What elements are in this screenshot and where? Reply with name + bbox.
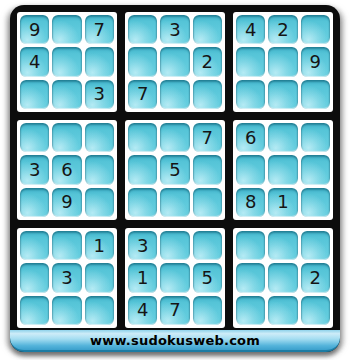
cell-r9c7[interactable] — [236, 296, 265, 325]
cell-r9c9[interactable] — [301, 296, 330, 325]
cell-r2c6[interactable]: 2 — [193, 47, 222, 76]
cell-r7c1[interactable] — [20, 231, 49, 260]
cell-r2c5[interactable] — [160, 47, 189, 76]
cell-r5c1[interactable]: 3 — [20, 155, 49, 184]
cell-r1c3[interactable]: 7 — [85, 15, 114, 44]
cell-r3c2[interactable] — [52, 80, 81, 109]
cell-r3c4[interactable]: 7 — [128, 80, 157, 109]
box-3-2: 31547 — [125, 228, 225, 328]
cell-r5c9[interactable] — [301, 155, 330, 184]
cell-r4c3[interactable] — [85, 123, 114, 152]
cell-r9c3[interactable] — [85, 296, 114, 325]
box-3-3: 2 — [233, 228, 333, 328]
cell-r2c2[interactable] — [52, 47, 81, 76]
cell-r6c1[interactable] — [20, 188, 49, 217]
cell-r1c5[interactable]: 3 — [160, 15, 189, 44]
cell-r8c3[interactable] — [85, 263, 114, 292]
cell-r1c9[interactable] — [301, 15, 330, 44]
cell-r6c6[interactable] — [193, 188, 222, 217]
cell-r2c1[interactable]: 4 — [20, 47, 49, 76]
cell-r2c3[interactable] — [85, 47, 114, 76]
cell-r5c7[interactable] — [236, 155, 265, 184]
cell-r3c6[interactable] — [193, 80, 222, 109]
cell-r7c7[interactable] — [236, 231, 265, 260]
cell-r4c7[interactable]: 6 — [236, 123, 265, 152]
cell-r8c5[interactable] — [160, 263, 189, 292]
cell-r2c8[interactable] — [268, 47, 297, 76]
box-1-2: 327 — [125, 12, 225, 112]
cell-r7c6[interactable] — [193, 231, 222, 260]
cell-r8c1[interactable] — [20, 263, 49, 292]
cell-r3c1[interactable] — [20, 80, 49, 109]
cell-r6c4[interactable] — [128, 188, 157, 217]
cell-r5c2[interactable]: 6 — [52, 155, 81, 184]
cell-r2c7[interactable] — [236, 47, 265, 76]
cell-r8c9[interactable]: 2 — [301, 263, 330, 292]
cell-r8c8[interactable] — [268, 263, 297, 292]
cell-r4c4[interactable] — [128, 123, 157, 152]
sudoku-board-frame: 97433274293697568113315472 www.sudokuswe… — [10, 5, 340, 352]
cell-r1c2[interactable] — [52, 15, 81, 44]
cell-r1c1[interactable]: 9 — [20, 15, 49, 44]
site-url: www.sudokusweb.com — [90, 333, 260, 348]
cell-r5c3[interactable] — [85, 155, 114, 184]
cell-r6c9[interactable] — [301, 188, 330, 217]
cell-r9c1[interactable] — [20, 296, 49, 325]
cell-r7c9[interactable] — [301, 231, 330, 260]
cell-r9c4[interactable]: 4 — [128, 296, 157, 325]
cell-r3c9[interactable] — [301, 80, 330, 109]
cell-r6c3[interactable] — [85, 188, 114, 217]
cell-r5c6[interactable] — [193, 155, 222, 184]
cell-r7c3[interactable]: 1 — [85, 231, 114, 260]
cell-r1c6[interactable] — [193, 15, 222, 44]
cell-r4c9[interactable] — [301, 123, 330, 152]
cell-r8c2[interactable]: 3 — [52, 263, 81, 292]
footer-bar: www.sudokusweb.com — [10, 330, 340, 352]
cell-r3c7[interactable] — [236, 80, 265, 109]
cell-r8c4[interactable]: 1 — [128, 263, 157, 292]
cell-r7c2[interactable] — [52, 231, 81, 260]
cell-r5c4[interactable] — [128, 155, 157, 184]
cell-r1c4[interactable] — [128, 15, 157, 44]
cell-r2c9[interactable]: 9 — [301, 47, 330, 76]
cell-r8c6[interactable]: 5 — [193, 263, 222, 292]
box-3-1: 13 — [17, 228, 117, 328]
cell-r4c5[interactable] — [160, 123, 189, 152]
cell-r3c3[interactable]: 3 — [85, 80, 114, 109]
cell-r1c7[interactable]: 4 — [236, 15, 265, 44]
box-2-1: 369 — [17, 120, 117, 220]
cell-r5c5[interactable]: 5 — [160, 155, 189, 184]
cell-r2c4[interactable] — [128, 47, 157, 76]
cell-r4c8[interactable] — [268, 123, 297, 152]
cell-r6c5[interactable] — [160, 188, 189, 217]
cell-r7c5[interactable] — [160, 231, 189, 260]
box-1-3: 429 — [233, 12, 333, 112]
cell-r6c8[interactable]: 1 — [268, 188, 297, 217]
cell-r6c2[interactable]: 9 — [52, 188, 81, 217]
cell-r1c8[interactable]: 2 — [268, 15, 297, 44]
cell-r4c2[interactable] — [52, 123, 81, 152]
cell-r5c8[interactable] — [268, 155, 297, 184]
box-2-3: 681 — [233, 120, 333, 220]
cell-r7c8[interactable] — [268, 231, 297, 260]
cell-r7c4[interactable]: 3 — [128, 231, 157, 260]
box-1-1: 9743 — [17, 12, 117, 112]
cell-r4c1[interactable] — [20, 123, 49, 152]
cell-r8c7[interactable] — [236, 263, 265, 292]
cell-r6c7[interactable]: 8 — [236, 188, 265, 217]
cell-r9c8[interactable] — [268, 296, 297, 325]
cell-r9c2[interactable] — [52, 296, 81, 325]
cell-r9c6[interactable] — [193, 296, 222, 325]
cell-r4c6[interactable]: 7 — [193, 123, 222, 152]
sudoku-grid: 97433274293697568113315472 — [17, 12, 333, 328]
cell-r3c5[interactable] — [160, 80, 189, 109]
box-2-2: 75 — [125, 120, 225, 220]
page: 97433274293697568113315472 www.sudokuswe… — [0, 0, 350, 360]
cell-r3c8[interactable] — [268, 80, 297, 109]
cell-r9c5[interactable]: 7 — [160, 296, 189, 325]
